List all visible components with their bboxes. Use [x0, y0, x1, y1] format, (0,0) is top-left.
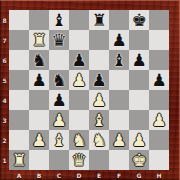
chess-board-frame: 87654321 ♝♜♚♜♛♟♞♟♝♟♟♞♟♟♟♟♟♟♝♟♟♝♞♞♟♟♜♛♚ A…: [0, 0, 180, 180]
file-labels: ABCDEFGH: [9, 170, 169, 180]
file-label-d: D: [69, 170, 89, 180]
square-d8[interactable]: [69, 10, 89, 30]
square-c8[interactable]: ♝: [49, 10, 69, 30]
square-h7[interactable]: [149, 30, 169, 50]
square-g7[interactable]: [129, 30, 149, 50]
square-a5[interactable]: [9, 70, 29, 90]
piece-black-pawn[interactable]: ♟: [49, 90, 69, 110]
square-c7[interactable]: ♛: [49, 30, 69, 50]
square-c2[interactable]: ♝: [49, 130, 69, 150]
square-g3[interactable]: [129, 110, 149, 130]
file-label-h: H: [149, 170, 169, 180]
piece-black-knight[interactable]: ♞: [29, 50, 49, 70]
square-a7[interactable]: [9, 30, 29, 50]
piece-black-rook[interactable]: ♜: [89, 10, 109, 30]
file-label-b: B: [29, 170, 49, 180]
piece-white-rook[interactable]: ♜: [29, 30, 49, 50]
square-h1[interactable]: [149, 150, 169, 170]
chess-board: ♝♜♚♜♛♟♞♟♝♟♟♞♟♟♟♟♟♟♝♟♟♝♞♞♟♟♜♛♚: [9, 10, 169, 170]
square-g4[interactable]: [129, 90, 149, 110]
rank-label-3: 3: [0, 110, 9, 130]
square-h6[interactable]: [149, 50, 169, 70]
piece-white-pawn[interactable]: ♟: [49, 110, 69, 130]
square-b7[interactable]: ♜: [29, 30, 49, 50]
piece-black-pawn[interactable]: ♟: [109, 30, 129, 50]
rank-label-5: 5: [0, 70, 9, 90]
piece-black-knight[interactable]: ♞: [49, 70, 69, 90]
square-e5[interactable]: ♟: [89, 70, 109, 90]
square-c4[interactable]: ♟: [49, 90, 69, 110]
rank-label-1: 1: [0, 150, 9, 170]
square-a4[interactable]: [9, 90, 29, 110]
square-f1[interactable]: [109, 150, 129, 170]
piece-white-bishop[interactable]: ♝: [89, 110, 109, 130]
piece-white-queen[interactable]: ♛: [69, 150, 89, 170]
file-label-c: C: [49, 170, 69, 180]
square-d4[interactable]: [69, 90, 89, 110]
piece-white-king[interactable]: ♚: [129, 150, 149, 170]
square-e2[interactable]: ♞: [89, 130, 109, 150]
square-f4[interactable]: [109, 90, 129, 110]
square-a2[interactable]: [9, 130, 29, 150]
square-f5[interactable]: [109, 70, 129, 90]
square-d5[interactable]: ♟: [69, 70, 89, 90]
piece-black-pawn[interactable]: ♟: [149, 70, 169, 90]
square-h2[interactable]: [149, 130, 169, 150]
square-f6[interactable]: ♝: [109, 50, 129, 70]
square-a6[interactable]: [9, 50, 29, 70]
square-c3[interactable]: ♟: [49, 110, 69, 130]
square-f7[interactable]: ♟: [109, 30, 129, 50]
square-a3[interactable]: [9, 110, 29, 130]
piece-white-rook[interactable]: ♜: [9, 150, 29, 170]
piece-white-pawn[interactable]: ♟: [69, 70, 89, 90]
piece-black-queen[interactable]: ♛: [49, 30, 69, 50]
square-b2[interactable]: ♟: [29, 130, 49, 150]
piece-black-pawn[interactable]: ♟: [69, 50, 89, 70]
square-d3[interactable]: [69, 110, 89, 130]
rank-labels: 87654321: [0, 10, 9, 170]
piece-black-king[interactable]: ♚: [129, 10, 149, 30]
piece-white-pawn[interactable]: ♟: [89, 90, 109, 110]
file-label-f: F: [109, 170, 129, 180]
square-b1[interactable]: [29, 150, 49, 170]
square-d7[interactable]: [69, 30, 89, 50]
rank-label-6: 6: [0, 50, 9, 70]
square-c6[interactable]: [49, 50, 69, 70]
rank-label-4: 4: [0, 90, 9, 110]
square-d6[interactable]: ♟: [69, 50, 89, 70]
square-h3[interactable]: ♟: [149, 110, 169, 130]
square-e6[interactable]: [89, 50, 109, 70]
piece-black-pawn[interactable]: ♟: [89, 70, 109, 90]
square-c5[interactable]: ♞: [49, 70, 69, 90]
square-e4[interactable]: ♟: [89, 90, 109, 110]
piece-black-bishop[interactable]: ♝: [49, 10, 69, 30]
piece-black-pawn[interactable]: ♟: [29, 70, 49, 90]
square-g1[interactable]: ♚: [129, 150, 149, 170]
square-a1[interactable]: ♜: [9, 150, 29, 170]
piece-black-bishop[interactable]: ♝: [109, 50, 129, 70]
piece-white-pawn[interactable]: ♟: [149, 110, 169, 130]
square-b3[interactable]: [29, 110, 49, 130]
square-d2[interactable]: ♞: [69, 130, 89, 150]
square-b8[interactable]: [29, 10, 49, 30]
square-f2[interactable]: ♟: [109, 130, 129, 150]
square-e3[interactable]: ♝: [89, 110, 109, 130]
piece-white-bishop[interactable]: ♝: [49, 130, 69, 150]
square-g2[interactable]: ♟: [129, 130, 149, 150]
square-b6[interactable]: ♞: [29, 50, 49, 70]
square-d1[interactable]: ♛: [69, 150, 89, 170]
piece-white-pawn[interactable]: ♟: [29, 130, 49, 150]
square-f8[interactable]: [109, 10, 129, 30]
piece-white-knight[interactable]: ♞: [89, 130, 109, 150]
square-h5[interactable]: ♟: [149, 70, 169, 90]
square-e7[interactable]: [89, 30, 109, 50]
square-g6[interactable]: ♟: [129, 50, 149, 70]
file-label-g: G: [129, 170, 149, 180]
rank-label-8: 8: [0, 10, 9, 30]
file-label-e: E: [89, 170, 109, 180]
square-f3[interactable]: [109, 110, 129, 130]
piece-white-pawn[interactable]: ♟: [109, 130, 129, 150]
square-e1[interactable]: [89, 150, 109, 170]
square-h4[interactable]: [149, 90, 169, 110]
square-a8[interactable]: [9, 10, 29, 30]
square-e8[interactable]: ♜: [89, 10, 109, 30]
square-b5[interactable]: ♟: [29, 70, 49, 90]
square-h8[interactable]: [149, 10, 169, 30]
piece-white-pawn[interactable]: ♟: [129, 130, 149, 150]
file-label-a: A: [9, 170, 29, 180]
square-c1[interactable]: [49, 150, 69, 170]
rank-label-2: 2: [0, 130, 9, 150]
piece-white-knight[interactable]: ♞: [69, 130, 89, 150]
square-b4[interactable]: [29, 90, 49, 110]
square-g5[interactable]: [129, 70, 149, 90]
square-g8[interactable]: ♚: [129, 10, 149, 30]
rank-label-7: 7: [0, 30, 9, 50]
piece-black-pawn[interactable]: ♟: [129, 50, 149, 70]
